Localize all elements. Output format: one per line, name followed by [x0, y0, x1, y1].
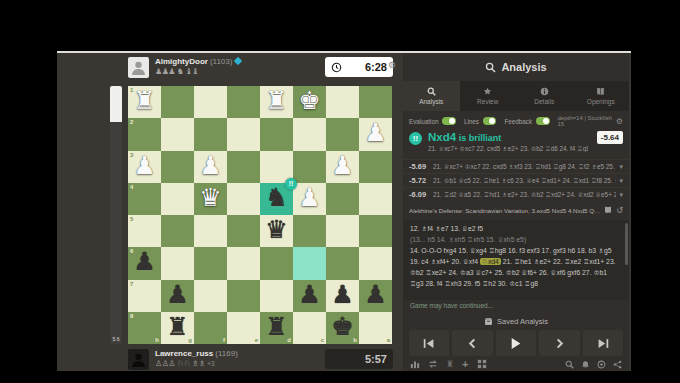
chart-icon[interactable]: [410, 359, 420, 369]
chevron-right-icon: [554, 338, 565, 349]
bell-icon[interactable]: [581, 360, 590, 369]
bottom-player-name[interactable]: Lawrence_russ(1169): [155, 349, 238, 358]
piece-white-pawn[interactable]: ♟: [194, 149, 227, 181]
square-h1[interactable]: 1♜: [128, 86, 161, 118]
piece-black-pawn[interactable]: ♟: [128, 245, 161, 277]
opening-row[interactable]: Alekhine's Defense: Scandinavian Variati…: [403, 203, 629, 217]
piece-white-queen[interactable]: ♛: [194, 181, 227, 213]
engine-line-2[interactable]: -5.72 21. ♔b1 ♕c5 22. ♖he1 ♗c6 23. ♕e4 ♖…: [403, 173, 629, 187]
saved-analysis-button[interactable]: Saved Analysis: [403, 314, 629, 328]
engine-info: depth=14 | Stockfish 15: [558, 115, 613, 127]
evaluation-toggle[interactable]: [442, 117, 455, 125]
magnifier-icon: [427, 87, 436, 96]
square-c5[interactable]: [293, 215, 326, 247]
square-g4[interactable]: [161, 183, 194, 215]
tab-review[interactable]: Review: [460, 81, 517, 111]
piece-white-pawn[interactable]: ♟: [359, 116, 392, 148]
rank-label-4: 4: [130, 184, 133, 190]
tab-details[interactable]: Details: [516, 81, 573, 111]
square-c7[interactable]: ♟: [293, 280, 326, 312]
square-g8[interactable]: g♜: [161, 312, 194, 344]
square-c4[interactable]: ♟: [293, 183, 326, 215]
piece-white-pawn[interactable]: ♟: [326, 149, 359, 181]
go-to-end-button[interactable]: [583, 330, 623, 356]
square-h6[interactable]: 6♟: [128, 247, 161, 279]
square-f8[interactable]: f: [194, 312, 227, 344]
bottom-player-rating: (1169): [215, 349, 238, 358]
piece-white-rook[interactable]: ♜: [260, 84, 293, 116]
square-e3[interactable]: [227, 151, 260, 183]
feedback-toggle[interactable]: [536, 117, 549, 125]
rank-label-2: 2: [130, 119, 133, 125]
square-b2[interactable]: [326, 118, 359, 150]
bottom-player-captured-pieces: ♙♙♙ ♘♘ ♗♗+3: [155, 359, 215, 368]
line-3-eval: -6.09: [409, 190, 433, 199]
square-h3[interactable]: 3♟: [128, 151, 161, 183]
chevron-down-icon[interactable]: ▾: [619, 177, 623, 185]
square-h7[interactable]: 7: [128, 280, 161, 312]
piece-black-pawn[interactable]: ♟: [293, 278, 326, 310]
square-e6[interactable]: [227, 247, 260, 279]
brilliant-verdict: is brilliant: [456, 133, 501, 143]
line-3-moves: 21. ♖d2 ♕a5 22. ♖hd1 ♗e2+ 23. ♔b2 ♖xd2+ …: [433, 191, 616, 199]
panel-header: Analysis: [403, 53, 629, 81]
piece-white-pawn[interactable]: ♟: [128, 149, 161, 181]
square-f3[interactable]: ♟: [194, 151, 227, 183]
autoplay-button[interactable]: [496, 330, 536, 356]
line-2-moves: 21. ♔b1 ♕c5 22. ♖he1 ♗c6 23. ♕e4 ♖xd1+ 2…: [433, 177, 616, 185]
engine-settings-gear-icon[interactable]: ⚙: [616, 117, 623, 126]
opening-name: Alekhine's Defense: Scandinavian Variati…: [409, 207, 600, 214]
person-icon: [130, 59, 147, 76]
panel-tabs: Analysis Review Details Openings: [403, 81, 629, 111]
square-e1[interactable]: [227, 86, 260, 118]
flip-board-icon[interactable]: [428, 359, 438, 369]
line-1-eval: -5.69: [409, 162, 433, 171]
game-settings-gear-icon[interactable]: ⚙: [388, 60, 396, 70]
top-player-avatar[interactable]: [128, 57, 149, 78]
square-b7[interactable]: ♟: [326, 280, 359, 312]
tab-openings[interactable]: Openings: [573, 81, 630, 111]
bottom-clock-time: 5:57: [365, 353, 387, 365]
square-b5[interactable]: [326, 215, 359, 247]
evaluation-toggle-label: Evaluation: [409, 118, 438, 125]
square-f7[interactable]: [194, 280, 227, 312]
line-1-moves: 21. ♕xc7+ ♔xc7 22. cxd5 ♗xf3 23. ♖hd1 ♖g…: [433, 163, 616, 171]
piece-white-king[interactable]: ♚: [293, 84, 326, 116]
piece-white-pawn[interactable]: ♟: [293, 181, 326, 213]
tab-analysis[interactable]: Analysis: [403, 81, 460, 111]
square-a8[interactable]: a: [359, 312, 392, 344]
material-advantage: +3: [207, 360, 214, 367]
chevron-down-icon[interactable]: ▾: [619, 191, 623, 199]
square-b1[interactable]: [326, 86, 359, 118]
toggles-row: Evaluation Lines Feedback depth=14 | Sto…: [403, 113, 629, 129]
settings-target-icon[interactable]: [597, 360, 606, 369]
square-d1[interactable]: ♜: [260, 86, 293, 118]
share-icon[interactable]: [613, 360, 622, 369]
move-paragraph[interactable]: 14. O-O-O fxg4 15. ♕xg4 ♖hg8 16. f3 exf3…: [410, 245, 622, 289]
move-row-1[interactable]: 12. ♗f4 ♗e7 13. ♕e2 f5: [410, 223, 622, 234]
square-d5[interactable]: ♛: [260, 215, 293, 247]
eval-badge: -5.64: [597, 131, 623, 144]
engine-line-1[interactable]: -5.69 21. ♕xc7+ ♔xc7 22. cxd5 ♗xf3 23. ♖…: [403, 159, 629, 173]
square-e4[interactable]: [227, 183, 260, 215]
move-variation-row[interactable]: (13... h5 14. ♗xh5 ♖xh5 15. ♕xh5 e5): [410, 234, 622, 245]
pieces-icon[interactable]: ♜: [446, 359, 454, 369]
square-c1[interactable]: ♚: [293, 86, 326, 118]
piece-white-rook[interactable]: ♜: [128, 84, 161, 116]
move-list[interactable]: 12. ♗f4 ♗e7 13. ♕e2 f5 (13... h5 14. ♗xh…: [403, 220, 629, 300]
rank-label-7: 7: [130, 281, 133, 287]
apps-grid-icon[interactable]: [477, 359, 487, 369]
square-g1[interactable]: [161, 86, 194, 118]
square-a1[interactable]: [359, 86, 392, 118]
piece-black-pawn[interactable]: ♟: [161, 278, 194, 310]
square-b3[interactable]: ♟: [326, 151, 359, 183]
square-a5[interactable]: [359, 215, 392, 247]
panel-title: Analysis: [501, 61, 546, 73]
star-icon: [483, 87, 492, 96]
feedback-toggle-label: Feedback: [504, 118, 532, 125]
move-navigation: [409, 330, 623, 356]
line-2-eval: -5.72: [409, 176, 433, 185]
square-f6[interactable]: [194, 247, 227, 279]
panel-footer-icons: ♜ +: [410, 358, 622, 370]
eval-bar-label: 5.6: [110, 336, 122, 342]
clock-icon: [331, 62, 342, 73]
file-label-h: h: [155, 337, 159, 343]
analysis-magnifier-icon: [485, 62, 496, 73]
person-icon: [130, 351, 147, 368]
engine-line-3[interactable]: -6.09 21. ♖d2 ♕a5 22. ♖hd1 ♗e2+ 23. ♔b2 …: [403, 187, 629, 201]
square-h5[interactable]: 5: [128, 215, 161, 247]
square-a7[interactable]: ♟: [359, 280, 392, 312]
top-player-name[interactable]: AlmightyDoor(1103): [155, 57, 241, 66]
square-c3[interactable]: [293, 151, 326, 183]
eval-bar-white-portion: [110, 86, 122, 122]
top-player-clock: 6:28: [325, 57, 393, 77]
game-continued-note[interactable]: Game may have continued...: [410, 302, 493, 309]
square-f5[interactable]: [194, 215, 227, 247]
piece-black-pawn[interactable]: ♟: [326, 278, 359, 310]
square-b4[interactable]: [326, 183, 359, 215]
square-e7[interactable]: [227, 280, 260, 312]
rank-label-5: 5: [130, 216, 133, 222]
brilliant-move-block: !! Nxd4 is brilliant -5.64 21. ♕xc7+ ♔xc…: [409, 131, 623, 157]
go-to-start-button[interactable]: [409, 330, 449, 356]
info-icon: [540, 87, 549, 96]
chevron-down-icon[interactable]: ▾: [619, 163, 623, 171]
book-icon: [596, 87, 605, 96]
eval-bar: 5.6: [110, 86, 122, 344]
piece-black-rook[interactable]: ♜: [260, 310, 293, 342]
square-e8[interactable]: e: [227, 312, 260, 344]
square-c2[interactable]: [293, 118, 326, 150]
square-h4[interactable]: 4: [128, 183, 161, 215]
add-icon[interactable]: +: [462, 359, 468, 369]
bottom-player-clock: 5:57: [325, 349, 393, 369]
square-g7[interactable]: ♟: [161, 280, 194, 312]
piece-black-queen[interactable]: ♛: [260, 213, 293, 245]
square-b6[interactable]: [326, 247, 359, 279]
membership-diamond-icon: [234, 57, 242, 65]
square-c8[interactable]: c: [293, 312, 326, 344]
square-d7[interactable]: [260, 280, 293, 312]
piece-black-rook[interactable]: ♜: [161, 310, 194, 342]
panel-scrollbar[interactable]: [625, 223, 628, 265]
square-a4[interactable]: [359, 183, 392, 215]
square-d8[interactable]: d♜: [260, 312, 293, 344]
piece-black-pawn[interactable]: ♟: [359, 278, 392, 310]
brilliant-preview-line[interactable]: 21. ♕xc7+ ♔xc7 22. cxd5 ♗e2+ 23. ♔b2 ♖d6…: [428, 145, 588, 152]
square-a3[interactable]: [359, 151, 392, 183]
top-clock-time: 6:28: [365, 61, 387, 73]
current-move[interactable]: ♘xd4: [480, 258, 501, 265]
square-h8[interactable]: 8h: [128, 312, 161, 344]
square-g6[interactable]: [161, 247, 194, 279]
file-label-c: c: [321, 337, 324, 343]
brilliant-move: Nxd4: [428, 131, 456, 143]
square-e2[interactable]: [227, 118, 260, 150]
file-label-e: e: [255, 337, 258, 343]
lines-toggle[interactable]: [483, 117, 496, 125]
lines-toggle-label: Lines: [464, 118, 479, 125]
saved-analysis-icon: [484, 317, 493, 326]
square-a2[interactable]: ♟: [359, 118, 392, 150]
square-f2[interactable]: [194, 118, 227, 150]
previous-move-button[interactable]: [452, 330, 492, 356]
square-g3[interactable]: [161, 151, 194, 183]
tab-openings-label: Openings: [587, 98, 615, 105]
next-move-button[interactable]: [539, 330, 579, 356]
tab-details-label: Details: [534, 98, 554, 105]
bottom-player-avatar[interactable]: [128, 349, 149, 370]
zoom-icon[interactable]: [565, 360, 574, 369]
file-label-a: a: [387, 337, 390, 343]
brilliant-move-badge: !!: [285, 178, 297, 190]
square-d6[interactable]: [260, 247, 293, 279]
square-h2[interactable]: 2: [128, 118, 161, 150]
square-d2[interactable]: [260, 118, 293, 150]
square-e5[interactable]: [227, 215, 260, 247]
app-window: AlmightyDoor(1103) ♟♟♟ ♞ ♝♝ 6:28 ⚙ 5.6 1…: [57, 51, 631, 371]
engine-lines: -5.69 21. ♕xc7+ ♔xc7 22. cxd5 ♗xf3 23. ♖…: [403, 159, 629, 201]
square-g5[interactable]: [161, 215, 194, 247]
top-player-rating: (1103): [210, 57, 233, 66]
rank-label-8: 8: [130, 313, 133, 319]
opening-book-icon[interactable]: [604, 206, 612, 214]
piece-black-king[interactable]: ♚: [326, 310, 359, 342]
top-player-captured-pieces: ♟♟♟ ♞ ♝♝: [155, 67, 198, 76]
brilliant-badge-icon: !!: [409, 132, 422, 145]
skip-to-end-icon: [596, 338, 610, 349]
square-b8[interactable]: b♚: [326, 312, 359, 344]
tab-review-label: Review: [477, 98, 498, 105]
square-g2[interactable]: [161, 118, 194, 150]
square-c6[interactable]: [293, 247, 326, 279]
chess-board[interactable]: 1♜♜♚2♟3♟♟♟4♛♞!!♟5♛6♟7♟♟♟♟8hg♜fed♜cb♚a: [128, 86, 392, 344]
chevron-left-icon: [467, 338, 478, 349]
square-d4[interactable]: ♞!!: [260, 183, 293, 215]
tab-analysis-label: Analysis: [419, 98, 443, 105]
history-icon[interactable]: ↺: [616, 206, 623, 215]
square-a6[interactable]: [359, 247, 392, 279]
bottom-player-row: Lawrence_russ(1169) ♙♙♙ ♘♘ ♗♗+3 5:57: [128, 349, 410, 373]
square-f4[interactable]: ♛: [194, 183, 227, 215]
play-icon: [509, 337, 522, 350]
skip-to-start-icon: [422, 338, 436, 349]
square-f1[interactable]: [194, 86, 227, 118]
analysis-panel: Analysis Analysis Review Details Opening…: [403, 53, 629, 371]
top-player-row: AlmightyDoor(1103) ♟♟♟ ♞ ♝♝ 6:28 ⚙: [128, 57, 410, 81]
file-label-f: f: [223, 337, 225, 343]
